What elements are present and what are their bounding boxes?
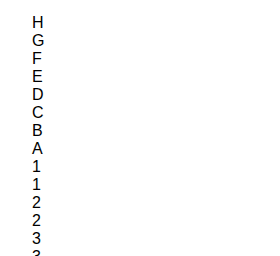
file-label-top-d: D — [32, 86, 250, 104]
product-photo: HGFEDCBA1122334455667788HGFEDCBA — [0, 0, 280, 256]
rank-label-left-3: 3 — [32, 230, 250, 248]
rank-label-right-1: 1 — [32, 176, 250, 194]
file-label-top-f: F — [32, 50, 250, 68]
chess-board: HGFEDCBA1122334455667788HGFEDCBA — [32, 14, 250, 235]
board-frame: HGFEDCBA1122334455667788HGFEDCBA — [32, 14, 250, 256]
rank-label-right-3: 3 — [32, 248, 250, 256]
file-label-top-g: G — [32, 32, 250, 50]
file-label-top-a: A — [32, 140, 250, 158]
file-label-top-b: B — [32, 122, 250, 140]
file-label-top-h: H — [32, 14, 250, 32]
file-label-top-e: E — [32, 68, 250, 86]
rank-label-left-1: 1 — [32, 158, 250, 176]
rank-label-right-2: 2 — [32, 212, 250, 230]
file-label-top-c: C — [32, 104, 250, 122]
rank-label-left-2: 2 — [32, 194, 250, 212]
